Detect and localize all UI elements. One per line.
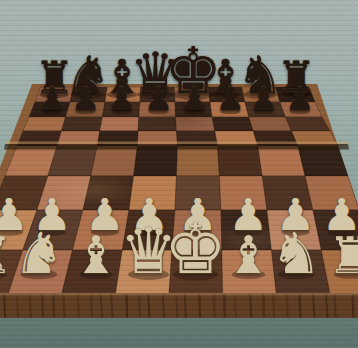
shadow-b8 — [71, 90, 104, 99]
square-c3 — [83, 176, 134, 210]
shadow-b7 — [75, 109, 95, 114]
board-surface — [0, 84, 358, 318]
square-f6 — [212, 117, 253, 131]
shadow-f7 — [220, 109, 240, 114]
shadow-d1 — [128, 269, 169, 280]
square-h4 — [298, 146, 348, 176]
shadow-g8 — [244, 90, 277, 99]
shadow-a8 — [40, 91, 69, 99]
square-d4 — [134, 146, 178, 176]
square-g4 — [258, 146, 305, 176]
square-g3 — [262, 176, 313, 210]
shadow-d8 — [137, 90, 173, 100]
square-d3 — [129, 176, 177, 210]
shadow-g1 — [278, 270, 314, 280]
square-f3 — [219, 176, 267, 210]
square-d6 — [138, 117, 176, 131]
shadow-e1 — [173, 269, 218, 281]
square-c4 — [91, 146, 138, 176]
shadow-d7 — [148, 109, 168, 114]
square-g6 — [249, 117, 292, 131]
shadow-f2 — [234, 228, 262, 235]
shadow-f1 — [232, 270, 265, 279]
shadow-c1 — [79, 270, 112, 279]
shadow-c2 — [91, 228, 119, 235]
square-e4 — [177, 146, 220, 176]
shadow-e7 — [184, 109, 204, 114]
shadow-e2 — [184, 228, 212, 235]
shadow-g2 — [281, 228, 309, 235]
square-e6 — [176, 117, 215, 131]
photo-chess-scene: ♜♞♝♛♚♝♞♜♟♟♟♟♟♟♟♟♟♟♟♟♟♟♟♟♜♞♝♛♚♝♞♜ — [0, 0, 358, 348]
square-a6 — [23, 117, 66, 131]
board-hinge-highlight — [5, 142, 348, 145]
square-h3 — [305, 176, 358, 210]
shadow-c8 — [107, 91, 137, 99]
shadow-h2 — [328, 228, 356, 235]
shadow-h7 — [289, 109, 309, 114]
square-b6 — [61, 117, 102, 131]
square-h6 — [285, 117, 330, 131]
chess-board — [0, 0, 358, 348]
shadow-c7 — [111, 109, 131, 114]
square-e3 — [175, 176, 221, 210]
square-c6 — [100, 117, 139, 131]
shadow-b2 — [38, 228, 66, 235]
shadow-g7 — [253, 109, 273, 114]
shadow-h8 — [282, 91, 311, 99]
shadow-d2 — [135, 228, 163, 235]
square-f4 — [218, 146, 263, 176]
shadow-b1 — [21, 270, 57, 280]
front-edge-top-highlight — [0, 293, 358, 296]
shadow-f8 — [210, 91, 240, 99]
shadow-a7 — [42, 109, 62, 114]
shadow-e8 — [173, 89, 214, 100]
board-hinge-seam — [4, 144, 349, 150]
